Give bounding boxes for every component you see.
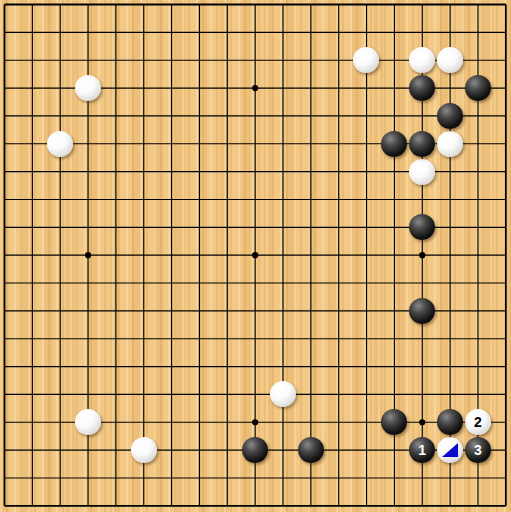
board-point [408, 213, 436, 241]
white-stone[interactable] [409, 47, 435, 73]
white-stone[interactable] [75, 409, 101, 435]
board-point [297, 436, 325, 464]
white-stone[interactable] [437, 437, 463, 463]
white-stone[interactable] [270, 381, 296, 407]
board-point [436, 46, 464, 74]
black-stone[interactable] [381, 131, 407, 157]
board-point [46, 130, 74, 158]
board-point [74, 74, 102, 102]
board-point: 3 [464, 436, 492, 464]
black-stone[interactable] [409, 214, 435, 240]
board-point [130, 436, 158, 464]
white-stone[interactable] [437, 47, 463, 73]
black-stone[interactable] [409, 298, 435, 324]
move-number-label: 1 [418, 443, 426, 457]
white-stone[interactable] [47, 131, 73, 157]
white-stone[interactable] [131, 437, 157, 463]
go-board[interactable]: 213 [0, 0, 511, 512]
board-point [436, 130, 464, 158]
white-stone[interactable]: 2 [465, 409, 491, 435]
board-point [353, 46, 381, 74]
board-point [241, 436, 269, 464]
black-stone[interactable]: 3 [465, 437, 491, 463]
board-point [408, 46, 436, 74]
black-stone[interactable] [437, 103, 463, 129]
board-point [408, 74, 436, 102]
board-point [464, 74, 492, 102]
black-stone[interactable]: 1 [409, 437, 435, 463]
board-point [408, 130, 436, 158]
board-point [436, 436, 464, 464]
triangle-marker-icon [442, 443, 458, 457]
stone-grid: 213 [0, 0, 511, 512]
board-point [436, 102, 464, 130]
black-stone[interactable] [465, 75, 491, 101]
white-stone[interactable] [437, 131, 463, 157]
board-point [269, 380, 297, 408]
board-point [380, 130, 408, 158]
black-stone[interactable] [437, 409, 463, 435]
board-point: 2 [464, 408, 492, 436]
white-stone[interactable] [409, 159, 435, 185]
black-stone[interactable] [298, 437, 324, 463]
board-point: 1 [408, 436, 436, 464]
board-point [408, 297, 436, 325]
white-stone[interactable] [75, 75, 101, 101]
board-point [380, 408, 408, 436]
black-stone[interactable] [409, 75, 435, 101]
move-number-label: 2 [474, 415, 482, 429]
black-stone[interactable] [381, 409, 407, 435]
black-stone[interactable] [409, 131, 435, 157]
board-point [408, 158, 436, 186]
board-point [74, 408, 102, 436]
white-stone[interactable] [353, 47, 379, 73]
move-number-label: 3 [474, 443, 482, 457]
board-point [436, 408, 464, 436]
black-stone[interactable] [242, 437, 268, 463]
